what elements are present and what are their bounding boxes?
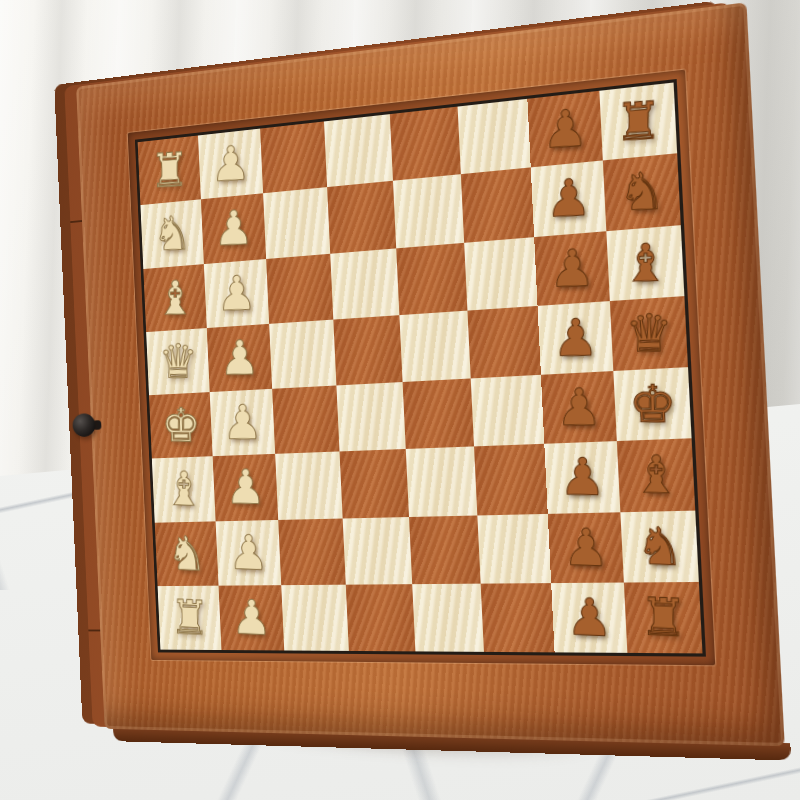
square-h6[interactable] xyxy=(481,583,555,653)
black-pawn[interactable]: ♟ xyxy=(542,103,588,156)
square-e7[interactable]: ♟ xyxy=(541,371,617,444)
square-g6[interactable] xyxy=(477,513,551,583)
square-b7[interactable]: ♟ xyxy=(531,161,607,237)
square-a3[interactable] xyxy=(260,121,327,193)
square-e8[interactable]: ♚ xyxy=(613,367,691,441)
square-a6[interactable] xyxy=(458,99,531,175)
white-bishop[interactable]: ♝ xyxy=(156,274,195,321)
square-e4[interactable] xyxy=(336,382,405,452)
black-pawn[interactable]: ♟ xyxy=(566,591,612,644)
square-c3[interactable] xyxy=(266,253,333,323)
white-king[interactable]: ♚ xyxy=(161,402,200,449)
square-e1[interactable]: ♚ xyxy=(149,392,213,459)
square-g5[interactable] xyxy=(409,515,481,584)
white-pawn[interactable]: ♟ xyxy=(219,334,259,382)
square-f3[interactable] xyxy=(275,452,342,520)
square-c2[interactable]: ♟ xyxy=(204,259,269,328)
white-rook[interactable]: ♜ xyxy=(150,146,189,194)
square-f5[interactable] xyxy=(406,447,478,517)
black-rook[interactable]: ♜ xyxy=(614,95,661,149)
square-b8[interactable]: ♞ xyxy=(603,154,681,231)
square-a7[interactable]: ♟ xyxy=(527,91,602,168)
white-queen[interactable]: ♛ xyxy=(158,338,197,385)
square-g4[interactable] xyxy=(343,517,413,585)
black-rook[interactable]: ♜ xyxy=(639,591,687,645)
square-c8[interactable]: ♝ xyxy=(606,225,684,301)
square-c7[interactable]: ♟ xyxy=(534,231,610,306)
square-a8[interactable]: ♜ xyxy=(599,83,677,161)
black-king[interactable]: ♚ xyxy=(628,379,676,431)
square-f7[interactable]: ♟ xyxy=(544,441,620,513)
square-g7[interactable]: ♟ xyxy=(548,512,624,583)
white-pawn[interactable]: ♟ xyxy=(222,399,262,447)
square-a2[interactable]: ♟ xyxy=(198,129,263,200)
black-pawn[interactable]: ♟ xyxy=(552,312,598,363)
square-d5[interactable] xyxy=(399,310,470,382)
black-bishop[interactable]: ♝ xyxy=(621,236,668,289)
square-d3[interactable] xyxy=(269,319,336,388)
black-pawn[interactable]: ♟ xyxy=(545,172,591,225)
square-a5[interactable] xyxy=(390,107,461,181)
square-h7[interactable]: ♟ xyxy=(551,582,627,653)
square-g1[interactable]: ♞ xyxy=(155,521,219,586)
square-d1[interactable]: ♛ xyxy=(146,328,210,395)
square-e3[interactable] xyxy=(272,385,339,454)
board-frame: ♜♟♟♜♞♟♟♞♝♟♟♝♛♟♟♛♚♟♟♚♝♟♟♝♞♟♟♞♜♟♟♜ xyxy=(76,2,785,746)
square-c4[interactable] xyxy=(330,248,399,319)
square-b4[interactable] xyxy=(327,181,396,253)
black-pawn[interactable]: ♟ xyxy=(562,521,608,574)
square-f8[interactable]: ♝ xyxy=(617,439,695,512)
square-h4[interactable] xyxy=(346,584,416,651)
square-b5[interactable] xyxy=(393,174,464,247)
black-bishop[interactable]: ♝ xyxy=(632,449,680,502)
square-f6[interactable] xyxy=(474,444,548,515)
board-pinstripe-border: ♜♟♟♜♞♟♟♞♝♟♟♝♛♟♟♛♚♟♟♚♝♟♟♝♞♟♟♞♜♟♟♜ xyxy=(135,79,706,657)
square-a1[interactable]: ♜ xyxy=(138,136,201,206)
square-d6[interactable] xyxy=(467,306,541,379)
square-b2[interactable]: ♟ xyxy=(201,194,266,264)
checkerboard-grid: ♜♟♟♜♞♟♟♞♝♟♟♝♛♟♟♛♚♟♟♚♝♟♟♝♞♟♟♞♜♟♟♜ xyxy=(138,83,703,654)
square-h5[interactable] xyxy=(412,583,484,652)
black-pawn[interactable]: ♟ xyxy=(549,242,595,294)
drawer-knob[interactable] xyxy=(72,413,98,439)
square-b3[interactable] xyxy=(263,187,330,258)
black-knight[interactable]: ♞ xyxy=(618,165,665,219)
square-c1[interactable]: ♝ xyxy=(143,264,206,332)
square-e5[interactable] xyxy=(403,378,474,449)
square-g3[interactable] xyxy=(278,518,346,585)
square-a4[interactable] xyxy=(324,114,393,187)
black-queen[interactable]: ♛ xyxy=(625,307,673,359)
white-pawn[interactable]: ♟ xyxy=(231,593,271,642)
black-pawn[interactable]: ♟ xyxy=(559,452,605,504)
square-e6[interactable] xyxy=(471,375,545,447)
white-pawn[interactable]: ♟ xyxy=(228,528,268,577)
white-knight[interactable]: ♞ xyxy=(153,210,192,258)
white-knight[interactable]: ♞ xyxy=(167,530,206,578)
square-c5[interactable] xyxy=(396,242,467,315)
square-h8[interactable]: ♜ xyxy=(624,582,703,654)
black-pawn[interactable]: ♟ xyxy=(556,382,602,433)
square-f1[interactable]: ♝ xyxy=(152,456,216,522)
white-pawn[interactable]: ♟ xyxy=(216,269,256,317)
square-d2[interactable]: ♟ xyxy=(207,324,272,392)
square-f4[interactable] xyxy=(340,449,409,518)
square-e2[interactable]: ♟ xyxy=(210,389,275,457)
square-d4[interactable] xyxy=(333,315,402,386)
square-b1[interactable]: ♞ xyxy=(140,200,203,269)
square-g8[interactable]: ♞ xyxy=(620,510,699,582)
white-pawn[interactable]: ♟ xyxy=(211,140,251,189)
chess-box: ♜♟♟♜♞♟♟♞♝♟♟♝♛♟♟♛♚♟♟♚♝♟♟♝♞♟♟♞♜♟♟♜ xyxy=(76,2,785,746)
white-pawn[interactable]: ♟ xyxy=(214,204,254,253)
scene: ♜♟♟♜♞♟♟♞♝♟♟♝♛♟♟♛♚♟♟♚♝♟♟♝♞♟♟♞♜♟♟♜ xyxy=(0,0,800,800)
square-h1[interactable]: ♜ xyxy=(158,585,222,650)
square-g2[interactable]: ♟ xyxy=(216,519,282,585)
white-bishop[interactable]: ♝ xyxy=(164,466,203,514)
white-pawn[interactable]: ♟ xyxy=(225,464,265,512)
square-b6[interactable] xyxy=(461,168,534,243)
square-f2[interactable]: ♟ xyxy=(213,454,279,521)
square-c6[interactable] xyxy=(464,237,537,311)
square-d8[interactable]: ♛ xyxy=(610,296,688,371)
square-h3[interactable] xyxy=(281,584,349,651)
frame-bevel: ♜♟♟♜♞♟♟♞♝♟♟♝♛♟♟♛♚♟♟♚♝♟♟♝♞♟♟♞♜♟♟♜ xyxy=(128,70,716,666)
square-d7[interactable]: ♟ xyxy=(538,301,614,375)
knob-ball xyxy=(72,413,96,437)
black-knight[interactable]: ♞ xyxy=(636,520,684,573)
white-rook[interactable]: ♜ xyxy=(170,593,209,642)
square-h2[interactable]: ♟ xyxy=(219,585,285,651)
